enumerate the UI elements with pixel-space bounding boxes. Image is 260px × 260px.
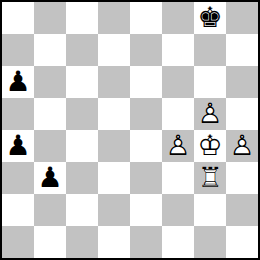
black-pawn: ♟ bbox=[34, 162, 66, 194]
square-h6[interactable] bbox=[226, 66, 258, 98]
square-g5[interactable]: ♟♙ bbox=[194, 98, 226, 130]
square-b4[interactable] bbox=[34, 130, 66, 162]
square-e2[interactable] bbox=[130, 194, 162, 226]
square-e8[interactable] bbox=[130, 2, 162, 34]
square-g8[interactable]: ♚ bbox=[194, 2, 226, 34]
square-c5[interactable] bbox=[66, 98, 98, 130]
square-a2[interactable] bbox=[2, 194, 34, 226]
square-e7[interactable] bbox=[130, 34, 162, 66]
white-rook: ♜♖ bbox=[194, 162, 226, 194]
white-pawn: ♟♙ bbox=[194, 98, 226, 130]
square-f7[interactable] bbox=[162, 34, 194, 66]
white-king: ♚♔ bbox=[194, 130, 226, 162]
square-c2[interactable] bbox=[66, 194, 98, 226]
square-d7[interactable] bbox=[98, 34, 130, 66]
square-c3[interactable] bbox=[66, 162, 98, 194]
square-f2[interactable] bbox=[162, 194, 194, 226]
square-d5[interactable] bbox=[98, 98, 130, 130]
square-d2[interactable] bbox=[98, 194, 130, 226]
white-pawn: ♟♙ bbox=[226, 130, 258, 162]
square-a8[interactable] bbox=[2, 2, 34, 34]
square-d6[interactable] bbox=[98, 66, 130, 98]
black-king: ♚ bbox=[194, 2, 226, 34]
square-c6[interactable] bbox=[66, 66, 98, 98]
chess-board: ♚♟♟♙♟♟♙♚♔♟♙♟♜♖ bbox=[0, 0, 260, 260]
square-b8[interactable] bbox=[34, 2, 66, 34]
square-g7[interactable] bbox=[194, 34, 226, 66]
square-f8[interactable] bbox=[162, 2, 194, 34]
square-f1[interactable] bbox=[162, 226, 194, 258]
square-d1[interactable] bbox=[98, 226, 130, 258]
square-g1[interactable] bbox=[194, 226, 226, 258]
square-a6[interactable]: ♟ bbox=[2, 66, 34, 98]
square-h8[interactable] bbox=[226, 2, 258, 34]
square-g6[interactable] bbox=[194, 66, 226, 98]
square-e5[interactable] bbox=[130, 98, 162, 130]
square-h5[interactable] bbox=[226, 98, 258, 130]
square-d4[interactable] bbox=[98, 130, 130, 162]
square-d3[interactable] bbox=[98, 162, 130, 194]
square-b3[interactable]: ♟ bbox=[34, 162, 66, 194]
square-e4[interactable] bbox=[130, 130, 162, 162]
square-h1[interactable] bbox=[226, 226, 258, 258]
square-b5[interactable] bbox=[34, 98, 66, 130]
black-pawn: ♟ bbox=[2, 130, 34, 162]
square-a7[interactable] bbox=[2, 34, 34, 66]
square-h4[interactable]: ♟♙ bbox=[226, 130, 258, 162]
square-e3[interactable] bbox=[130, 162, 162, 194]
square-b2[interactable] bbox=[34, 194, 66, 226]
square-a4[interactable]: ♟ bbox=[2, 130, 34, 162]
square-c7[interactable] bbox=[66, 34, 98, 66]
square-a5[interactable] bbox=[2, 98, 34, 130]
square-f6[interactable] bbox=[162, 66, 194, 98]
square-c4[interactable] bbox=[66, 130, 98, 162]
square-f4[interactable]: ♟♙ bbox=[162, 130, 194, 162]
black-pawn: ♟ bbox=[2, 66, 34, 98]
square-f5[interactable] bbox=[162, 98, 194, 130]
square-h2[interactable] bbox=[226, 194, 258, 226]
square-c8[interactable] bbox=[66, 2, 98, 34]
square-e6[interactable] bbox=[130, 66, 162, 98]
white-pawn: ♟♙ bbox=[162, 130, 194, 162]
square-h3[interactable] bbox=[226, 162, 258, 194]
square-g2[interactable] bbox=[194, 194, 226, 226]
square-g4[interactable]: ♚♔ bbox=[194, 130, 226, 162]
square-b1[interactable] bbox=[34, 226, 66, 258]
square-e1[interactable] bbox=[130, 226, 162, 258]
square-b6[interactable] bbox=[34, 66, 66, 98]
square-b7[interactable] bbox=[34, 34, 66, 66]
square-a3[interactable] bbox=[2, 162, 34, 194]
square-a1[interactable] bbox=[2, 226, 34, 258]
square-h7[interactable] bbox=[226, 34, 258, 66]
square-g3[interactable]: ♜♖ bbox=[194, 162, 226, 194]
square-d8[interactable] bbox=[98, 2, 130, 34]
square-c1[interactable] bbox=[66, 226, 98, 258]
square-f3[interactable] bbox=[162, 162, 194, 194]
